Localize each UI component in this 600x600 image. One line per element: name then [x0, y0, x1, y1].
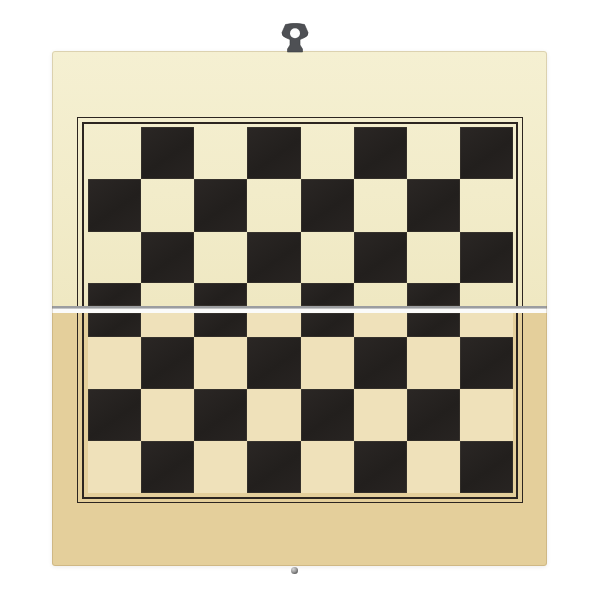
board-cell	[194, 441, 247, 493]
board-cell	[141, 337, 194, 389]
board-cell	[460, 232, 513, 283]
board-cell	[354, 337, 407, 389]
board-cell	[354, 127, 407, 179]
board-cell	[194, 389, 247, 441]
board-cell	[354, 313, 407, 337]
chess-box	[52, 51, 547, 566]
board-cell	[141, 127, 194, 179]
board-cell	[88, 232, 141, 283]
board-cell	[194, 283, 247, 306]
board-cell	[460, 441, 513, 493]
board-cell	[407, 441, 460, 493]
board-cell	[247, 441, 300, 493]
board-cell	[460, 313, 513, 337]
board-cell	[247, 232, 300, 283]
lid-bottom-half	[52, 313, 547, 566]
board-cell	[301, 127, 354, 179]
board-cell	[247, 283, 300, 306]
board-grid-top	[88, 127, 513, 306]
clasp-hole	[290, 28, 300, 38]
board-cell	[247, 179, 300, 232]
board-cell	[141, 389, 194, 441]
board-cell	[407, 283, 460, 306]
product-photo-chess-box	[0, 0, 600, 600]
board-cell	[354, 441, 407, 493]
board-cell	[354, 179, 407, 232]
board-cell	[194, 232, 247, 283]
board-cell	[407, 313, 460, 337]
board-cell	[88, 313, 141, 337]
board-cell	[301, 389, 354, 441]
board-cell	[354, 389, 407, 441]
board-cell	[141, 232, 194, 283]
clasp-icon	[281, 23, 309, 53]
board-cell	[88, 283, 141, 306]
board-cell	[460, 283, 513, 306]
board-cell	[301, 283, 354, 306]
board-cell	[194, 313, 247, 337]
board-cell	[247, 127, 300, 179]
lid-top-half	[52, 51, 547, 306]
board-cell	[354, 232, 407, 283]
board-cell	[460, 337, 513, 389]
board-cell	[247, 337, 300, 389]
board-cell	[301, 441, 354, 493]
board-cell	[460, 127, 513, 179]
board-cell	[247, 389, 300, 441]
board-cell	[194, 127, 247, 179]
board-cell	[88, 441, 141, 493]
board-cell	[407, 389, 460, 441]
board-cell	[88, 127, 141, 179]
board-cell	[301, 232, 354, 283]
board-cell	[141, 179, 194, 232]
board-cell	[460, 179, 513, 232]
board-cell	[141, 441, 194, 493]
board-cell	[460, 389, 513, 441]
board-cell	[194, 337, 247, 389]
board-cell	[407, 179, 460, 232]
board-cell	[141, 283, 194, 306]
board-grid-bottom	[88, 313, 513, 493]
board-cell	[194, 179, 247, 232]
board-cell	[407, 337, 460, 389]
board-cell	[88, 337, 141, 389]
board-cell	[407, 127, 460, 179]
board-cell	[301, 179, 354, 232]
board-cell	[88, 389, 141, 441]
fold-seam	[52, 306, 547, 313]
board-cell	[301, 337, 354, 389]
board-cell	[407, 232, 460, 283]
hinge-pin	[291, 567, 298, 574]
board-cell	[247, 313, 300, 337]
board-cell	[301, 313, 354, 337]
board-cell	[141, 313, 194, 337]
board-cell	[354, 283, 407, 306]
board-cell	[88, 179, 141, 232]
